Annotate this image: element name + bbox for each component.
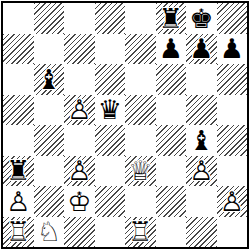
square-g3[interactable]: ♟♙ bbox=[186, 156, 217, 187]
square-b5[interactable] bbox=[34, 95, 65, 126]
white-queen[interactable]: ♛♕ bbox=[125, 156, 156, 187]
piece-glyph: ♙ bbox=[3, 186, 34, 217]
square-d7[interactable] bbox=[95, 34, 126, 65]
square-g4[interactable]: ♝♝ bbox=[186, 125, 217, 156]
square-a8[interactable] bbox=[3, 3, 34, 34]
square-a5[interactable] bbox=[3, 95, 34, 126]
piece-glyph: ♙ bbox=[186, 156, 217, 187]
black-rook[interactable]: ♜♜ bbox=[3, 156, 34, 187]
square-h7[interactable]: ♟♟ bbox=[217, 34, 248, 65]
square-f7[interactable]: ♟♟ bbox=[156, 34, 187, 65]
piece-glyph: ♙ bbox=[217, 186, 248, 217]
square-b1[interactable]: ♞♘ bbox=[34, 217, 65, 248]
black-pawn[interactable]: ♟♟ bbox=[186, 34, 217, 65]
square-c3[interactable]: ♟♙ bbox=[64, 156, 95, 187]
square-d8[interactable] bbox=[95, 3, 126, 34]
black-bishop[interactable]: ♝♝ bbox=[34, 64, 65, 95]
square-d2[interactable] bbox=[95, 186, 126, 217]
black-bishop[interactable]: ♝♝ bbox=[186, 125, 217, 156]
square-g8[interactable]: ♚♚ bbox=[186, 3, 217, 34]
piece-glyph: ♘ bbox=[34, 217, 65, 248]
piece-glyph: ♝ bbox=[34, 64, 65, 95]
square-g5[interactable] bbox=[186, 95, 217, 126]
square-h4[interactable] bbox=[217, 125, 248, 156]
square-c6[interactable] bbox=[64, 64, 95, 95]
square-g6[interactable] bbox=[186, 64, 217, 95]
white-king[interactable]: ♚♔ bbox=[64, 186, 95, 217]
square-e3[interactable]: ♛♕ bbox=[125, 156, 156, 187]
square-h6[interactable] bbox=[217, 64, 248, 95]
square-e8[interactable] bbox=[125, 3, 156, 34]
chess-board-frame: ♜♜♚♚♟♟♟♟♟♟♝♝♟♙♛♛♝♝♜♜♟♙♛♕♟♙♟♙♚♔♟♙♜♖♞♘♜♖ bbox=[1, 1, 249, 249]
piece-glyph: ♖ bbox=[125, 217, 156, 248]
chess-board: ♜♜♚♚♟♟♟♟♟♟♝♝♟♙♛♛♝♝♜♜♟♙♛♕♟♙♟♙♚♔♟♙♜♖♞♘♜♖ bbox=[3, 3, 247, 247]
piece-glyph: ♚ bbox=[186, 3, 217, 34]
black-rook[interactable]: ♜♜ bbox=[156, 3, 187, 34]
square-c5[interactable]: ♟♙ bbox=[64, 95, 95, 126]
square-h3[interactable] bbox=[217, 156, 248, 187]
square-a7[interactable] bbox=[3, 34, 34, 65]
square-h5[interactable] bbox=[217, 95, 248, 126]
piece-glyph: ♟ bbox=[186, 34, 217, 65]
square-f8[interactable]: ♜♜ bbox=[156, 3, 187, 34]
piece-glyph: ♟ bbox=[156, 34, 187, 65]
piece-glyph: ♛ bbox=[95, 95, 126, 126]
square-e6[interactable] bbox=[125, 64, 156, 95]
square-c1[interactable] bbox=[64, 217, 95, 248]
square-a1[interactable]: ♜♖ bbox=[3, 217, 34, 248]
square-d6[interactable] bbox=[95, 64, 126, 95]
white-pawn[interactable]: ♟♙ bbox=[3, 186, 34, 217]
square-b2[interactable] bbox=[34, 186, 65, 217]
square-e7[interactable] bbox=[125, 34, 156, 65]
square-a4[interactable] bbox=[3, 125, 34, 156]
black-pawn[interactable]: ♟♟ bbox=[217, 34, 248, 65]
square-b3[interactable] bbox=[34, 156, 65, 187]
piece-glyph: ♝ bbox=[186, 125, 217, 156]
square-g2[interactable] bbox=[186, 186, 217, 217]
square-e1[interactable]: ♜♖ bbox=[125, 217, 156, 248]
square-e4[interactable] bbox=[125, 125, 156, 156]
square-f1[interactable] bbox=[156, 217, 187, 248]
square-b4[interactable] bbox=[34, 125, 65, 156]
white-pawn[interactable]: ♟♙ bbox=[64, 95, 95, 126]
square-h8[interactable] bbox=[217, 3, 248, 34]
square-c4[interactable] bbox=[64, 125, 95, 156]
square-c2[interactable]: ♚♔ bbox=[64, 186, 95, 217]
piece-glyph: ♜ bbox=[156, 3, 187, 34]
white-knight[interactable]: ♞♘ bbox=[34, 217, 65, 248]
piece-glyph: ♜ bbox=[3, 156, 34, 187]
piece-glyph: ♙ bbox=[64, 156, 95, 187]
white-rook[interactable]: ♜♖ bbox=[3, 217, 34, 248]
square-d1[interactable] bbox=[95, 217, 126, 248]
black-queen[interactable]: ♛♛ bbox=[95, 95, 126, 126]
piece-glyph: ♔ bbox=[64, 186, 95, 217]
white-pawn[interactable]: ♟♙ bbox=[64, 156, 95, 187]
square-c7[interactable] bbox=[64, 34, 95, 65]
square-a3[interactable]: ♜♜ bbox=[3, 156, 34, 187]
square-b8[interactable] bbox=[34, 3, 65, 34]
square-h1[interactable] bbox=[217, 217, 248, 248]
square-a6[interactable] bbox=[3, 64, 34, 95]
piece-glyph: ♕ bbox=[125, 156, 156, 187]
square-e5[interactable] bbox=[125, 95, 156, 126]
square-e2[interactable] bbox=[125, 186, 156, 217]
square-g7[interactable]: ♟♟ bbox=[186, 34, 217, 65]
square-d5[interactable]: ♛♛ bbox=[95, 95, 126, 126]
piece-glyph: ♟ bbox=[217, 34, 248, 65]
square-b7[interactable] bbox=[34, 34, 65, 65]
square-g1[interactable] bbox=[186, 217, 217, 248]
square-d4[interactable] bbox=[95, 125, 126, 156]
square-f6[interactable] bbox=[156, 64, 187, 95]
piece-glyph: ♖ bbox=[3, 217, 34, 248]
black-pawn[interactable]: ♟♟ bbox=[156, 34, 187, 65]
square-d3[interactable] bbox=[95, 156, 126, 187]
square-f5[interactable] bbox=[156, 95, 187, 126]
square-f2[interactable] bbox=[156, 186, 187, 217]
white-pawn[interactable]: ♟♙ bbox=[186, 156, 217, 187]
square-f3[interactable] bbox=[156, 156, 187, 187]
white-pawn[interactable]: ♟♙ bbox=[217, 186, 248, 217]
square-a2[interactable]: ♟♙ bbox=[3, 186, 34, 217]
white-rook[interactable]: ♜♖ bbox=[125, 217, 156, 248]
square-f4[interactable] bbox=[156, 125, 187, 156]
black-king[interactable]: ♚♚ bbox=[186, 3, 217, 34]
square-h2[interactable]: ♟♙ bbox=[217, 186, 248, 217]
piece-glyph: ♙ bbox=[64, 95, 95, 126]
square-b6[interactable]: ♝♝ bbox=[34, 64, 65, 95]
square-c8[interactable] bbox=[64, 3, 95, 34]
